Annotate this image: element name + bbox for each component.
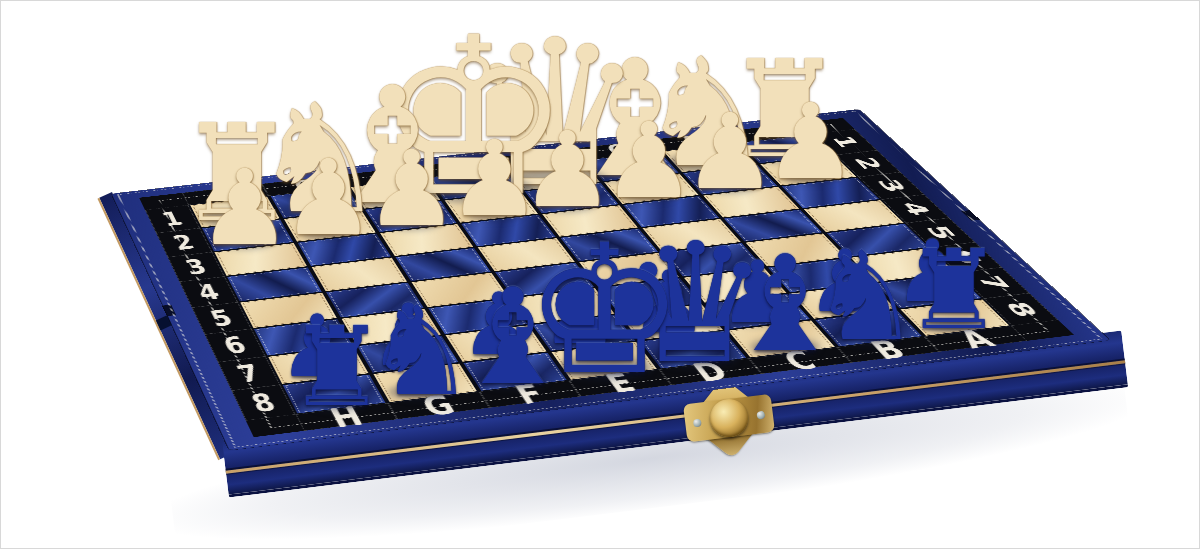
chess-set-photo: HGFEDCBA1122334455667788HGFEDCBA ♜♞♝♛♚♝♞…: [0, 0, 1200, 549]
blue-rook-h8[interactable]: ♜: [281, 311, 393, 423]
pieces-layer: ♜♞♝♛♚♝♞♜♟♟♟♟♟♟♟♟♟♟♟♟♟♟♟♟♜♞♝♛♚♝♞♜: [0, 0, 1200, 549]
white-pawn-h2[interactable]: ♟: [191, 155, 298, 262]
